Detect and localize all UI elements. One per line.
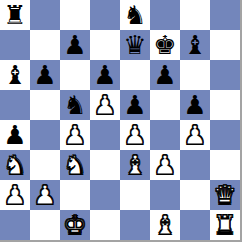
square-e2[interactable] bbox=[120, 180, 150, 210]
square-h8[interactable] bbox=[210, 0, 240, 30]
square-b4[interactable] bbox=[30, 120, 60, 150]
square-e4[interactable]: ♟ bbox=[120, 120, 150, 150]
square-a7[interactable] bbox=[0, 30, 30, 60]
square-f5[interactable] bbox=[150, 90, 180, 120]
square-a4[interactable]: ♟ bbox=[0, 120, 30, 150]
square-f3[interactable]: ♟ bbox=[150, 150, 180, 180]
piece-white-bishop: ♝ bbox=[123, 150, 146, 180]
square-c4[interactable]: ♟ bbox=[60, 120, 90, 150]
piece-white-pawn: ♟ bbox=[63, 120, 86, 150]
square-c1[interactable]: ♚ bbox=[60, 210, 90, 240]
square-b8[interactable] bbox=[30, 0, 60, 30]
square-f8[interactable] bbox=[150, 0, 180, 30]
square-d6[interactable]: ♟ bbox=[90, 60, 120, 90]
square-c6[interactable] bbox=[60, 60, 90, 90]
square-d2[interactable] bbox=[90, 180, 120, 210]
square-g1[interactable] bbox=[180, 210, 210, 240]
piece-black-pawn: ♟ bbox=[63, 30, 86, 60]
square-e3[interactable]: ♝ bbox=[120, 150, 150, 180]
square-g3[interactable] bbox=[180, 150, 210, 180]
piece-white-rook: ♜ bbox=[213, 210, 236, 240]
square-g7[interactable]: ♝ bbox=[180, 30, 210, 60]
square-c3[interactable]: ♞ bbox=[60, 150, 90, 180]
piece-white-pawn: ♟ bbox=[123, 120, 146, 150]
square-f2[interactable] bbox=[150, 180, 180, 210]
piece-white-pawn: ♟ bbox=[3, 180, 26, 210]
square-h7[interactable] bbox=[210, 30, 240, 60]
square-g5[interactable]: ♟ bbox=[180, 90, 210, 120]
square-h6[interactable] bbox=[210, 60, 240, 90]
piece-white-knight: ♞ bbox=[3, 150, 26, 180]
square-f1[interactable]: ♝ bbox=[150, 210, 180, 240]
square-f4[interactable] bbox=[150, 120, 180, 150]
square-g8[interactable] bbox=[180, 0, 210, 30]
piece-black-knight: ♞ bbox=[123, 0, 146, 30]
square-a1[interactable] bbox=[0, 210, 30, 240]
piece-white-pawn: ♟ bbox=[93, 90, 116, 120]
square-b5[interactable] bbox=[30, 90, 60, 120]
square-d4[interactable] bbox=[90, 120, 120, 150]
piece-white-king: ♚ bbox=[63, 210, 86, 240]
square-e5[interactable]: ♟ bbox=[120, 90, 150, 120]
square-b2[interactable]: ♟ bbox=[30, 180, 60, 210]
square-h2[interactable]: ♛ bbox=[210, 180, 240, 210]
chess-board: ♜♞♟♛♚♝♝♟♟♟♞♟♟♟♟♟♟♟♞♞♝♟♟♟♛♚♝♜ bbox=[0, 0, 242, 242]
square-g2[interactable] bbox=[180, 180, 210, 210]
square-d8[interactable] bbox=[90, 0, 120, 30]
square-b3[interactable] bbox=[30, 150, 60, 180]
square-c8[interactable] bbox=[60, 0, 90, 30]
square-c5[interactable]: ♞ bbox=[60, 90, 90, 120]
piece-white-pawn: ♟ bbox=[183, 120, 206, 150]
square-e1[interactable] bbox=[120, 210, 150, 240]
square-f7[interactable]: ♚ bbox=[150, 30, 180, 60]
square-a5[interactable] bbox=[0, 90, 30, 120]
square-c2[interactable] bbox=[60, 180, 90, 210]
square-h3[interactable] bbox=[210, 150, 240, 180]
square-e8[interactable]: ♞ bbox=[120, 0, 150, 30]
piece-black-pawn: ♟ bbox=[183, 90, 206, 120]
square-d1[interactable] bbox=[90, 210, 120, 240]
square-d3[interactable] bbox=[90, 150, 120, 180]
piece-black-rook: ♜ bbox=[3, 0, 26, 30]
square-b1[interactable] bbox=[30, 210, 60, 240]
piece-black-pawn: ♟ bbox=[93, 60, 116, 90]
piece-white-knight: ♞ bbox=[63, 150, 86, 180]
square-h4[interactable] bbox=[210, 120, 240, 150]
piece-black-pawn: ♟ bbox=[153, 60, 176, 90]
piece-black-pawn: ♟ bbox=[123, 90, 146, 120]
square-d5[interactable]: ♟ bbox=[90, 90, 120, 120]
square-g4[interactable]: ♟ bbox=[180, 120, 210, 150]
square-f6[interactable]: ♟ bbox=[150, 60, 180, 90]
piece-white-pawn: ♟ bbox=[153, 150, 176, 180]
square-g6[interactable] bbox=[180, 60, 210, 90]
square-b6[interactable]: ♟ bbox=[30, 60, 60, 90]
square-b7[interactable] bbox=[30, 30, 60, 60]
square-e6[interactable] bbox=[120, 60, 150, 90]
square-a8[interactable]: ♜ bbox=[0, 0, 30, 30]
square-e7[interactable]: ♛ bbox=[120, 30, 150, 60]
piece-black-pawn: ♟ bbox=[33, 60, 56, 90]
square-a2[interactable]: ♟ bbox=[0, 180, 30, 210]
piece-black-king: ♚ bbox=[153, 30, 176, 60]
square-d7[interactable] bbox=[90, 30, 120, 60]
piece-white-bishop: ♝ bbox=[153, 210, 176, 240]
piece-black-bishop: ♝ bbox=[3, 60, 26, 90]
piece-black-bishop: ♝ bbox=[183, 30, 206, 60]
square-a3[interactable]: ♞ bbox=[0, 150, 30, 180]
piece-black-knight: ♞ bbox=[63, 90, 86, 120]
square-h1[interactable]: ♜ bbox=[210, 210, 240, 240]
square-a6[interactable]: ♝ bbox=[0, 60, 30, 90]
square-c7[interactable]: ♟ bbox=[60, 30, 90, 60]
piece-white-pawn: ♟ bbox=[33, 180, 56, 210]
piece-black-queen: ♛ bbox=[123, 30, 146, 60]
piece-white-queen: ♛ bbox=[213, 180, 236, 210]
square-h5[interactable] bbox=[210, 90, 240, 120]
piece-black-pawn: ♟ bbox=[3, 120, 26, 150]
